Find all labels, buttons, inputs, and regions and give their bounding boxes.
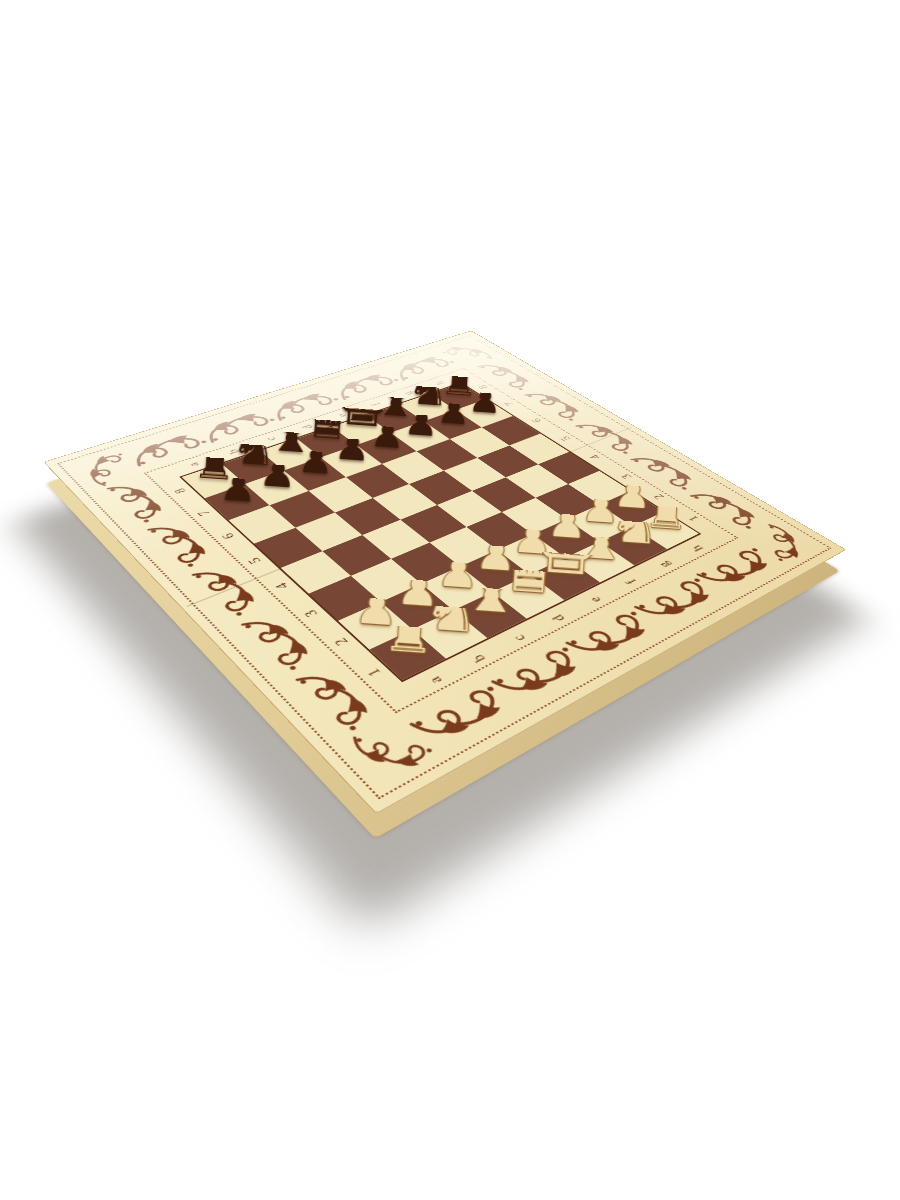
floral-scroll-motif <box>759 522 810 565</box>
floral-scroll-motif <box>692 544 779 594</box>
rank-label-8: 8 <box>462 379 503 396</box>
chess-board-3d: abcdefgh abcdefgh 87654321 87654321 ♜♞♝♛… <box>43 331 846 815</box>
square-d5 <box>373 484 437 520</box>
rank-label-7: 7 <box>488 395 530 413</box>
piece-white-bishop-f1: ♝ <box>574 536 626 588</box>
file-label-a: a <box>174 452 214 478</box>
file-label-f: f <box>357 394 396 416</box>
file-label-c: c <box>251 427 290 451</box>
floral-scroll-motif <box>103 478 172 526</box>
file-label-e: e <box>323 404 362 426</box>
file-label-b: b <box>213 439 253 464</box>
chess-board: abcdefgh abcdefgh 87654321 87654321 ♜♞♝♛… <box>43 331 846 815</box>
file-label-g: g <box>389 383 427 404</box>
file-label-d: d <box>288 416 327 439</box>
square-f3 <box>502 498 567 535</box>
square-g3 <box>536 484 600 519</box>
